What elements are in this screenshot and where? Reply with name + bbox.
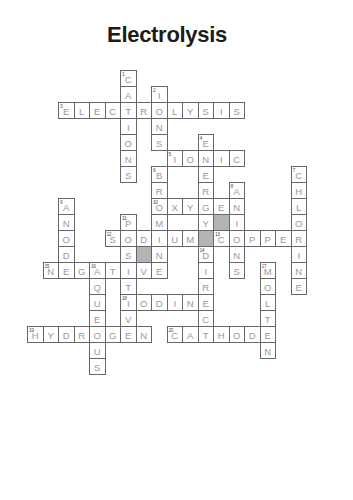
cell-letter: R [295, 233, 302, 245]
crossword-cell-r10c15: P [260, 230, 277, 247]
cell-letter: I [158, 89, 161, 101]
cell-letter: Q [94, 281, 101, 293]
crossword-cell-r12c2: E [58, 262, 75, 279]
crossword-cell-r14c9: I [167, 294, 184, 311]
crossword-cell-r12c5: T [105, 262, 122, 279]
crossword-cell-r8c9: X [167, 198, 184, 215]
clue-number: 1 [122, 72, 124, 77]
crossword-cell-r16c14: D [244, 326, 261, 343]
cell-letter: E [203, 169, 209, 181]
clue-number: 2 [153, 88, 155, 93]
cell-letter: O [63, 233, 70, 245]
crossword-cell-r16c2: D [58, 326, 75, 343]
crossword-cell-r17c15: N [260, 342, 277, 359]
cell-letter: I [127, 121, 130, 133]
cell-letter: C [109, 105, 116, 117]
crossword-cell-r2c8: O [151, 102, 168, 119]
cell-letter: V [125, 313, 131, 325]
clue-number: 16 [91, 264, 96, 269]
crossword-cell-r9c8: M [151, 214, 168, 231]
cell-letter: I [127, 265, 130, 277]
cell-letter: H [218, 329, 225, 341]
cell-letter: C [295, 169, 302, 181]
cell-letter: Y [203, 217, 209, 229]
clue-number: 8 [231, 184, 233, 189]
cell-letter: U [171, 233, 178, 245]
clue-number: 15 [45, 264, 50, 269]
crossword-cell-r10c17: R [291, 230, 308, 247]
crossword-cell-r16c5: G [105, 326, 122, 343]
crossword-cell-r2c7: R [136, 102, 153, 119]
crossword-cell-r14c11: E [198, 294, 215, 311]
clue-number: 7 [293, 168, 295, 173]
crossword-cell-r14c6: 18I [120, 294, 137, 311]
crossword-cell-r13c6: T [120, 278, 137, 295]
cell-letter: L [79, 105, 84, 117]
crossword-cell-r9c2: N [58, 214, 75, 231]
crossword-cell-r10c7: D [136, 230, 153, 247]
crossword-cell-r6c8: 6B [151, 166, 168, 183]
cell-letter: P [249, 233, 255, 245]
cell-letter: O [264, 281, 271, 293]
crossword-cell-r1c6: A [120, 86, 137, 103]
cell-letter: E [280, 233, 286, 245]
crossword-cell-r8c17: L [291, 198, 308, 215]
crossword-cell-r5c13: C [229, 150, 246, 167]
cell-letter: N [295, 265, 302, 277]
cell-letter: I [173, 153, 176, 165]
crossword-cell-r10c9: U [167, 230, 184, 247]
cell-letter: G [109, 329, 116, 341]
cell-letter: E [63, 265, 69, 277]
cell-letter: S [125, 169, 131, 181]
clue-number: 10 [153, 200, 158, 205]
cell-letter: D [156, 297, 163, 309]
cell-letter: A [234, 185, 240, 197]
cell-letter: D [63, 329, 70, 341]
crossword-cell-r10c14: P [244, 230, 261, 247]
cell-letter: S [234, 265, 240, 277]
crossword-cell-r15c15: T [260, 310, 277, 327]
cell-letter: M [186, 233, 194, 245]
cell-letter: Y [48, 329, 54, 341]
crossword-cell-r9c11: Y [198, 214, 215, 231]
cell-letter: E [94, 105, 100, 117]
cell-letter: E [265, 329, 271, 341]
cell-letter: I [127, 297, 130, 309]
crossword-cell-r2c9: L [167, 102, 184, 119]
crossword-cell-r8c12: E [213, 198, 230, 215]
clue-number: 13 [215, 232, 220, 237]
crossword-cell-r16c9: 20C [167, 326, 184, 343]
clue-number: 20 [169, 328, 174, 333]
crossword-cell-r11c13: N [229, 246, 246, 263]
crossword-cell-r5c9: 5I [167, 150, 184, 167]
crossword-cell-r16c12: H [213, 326, 230, 343]
cell-letter: I [235, 217, 238, 229]
clue-number: 9 [60, 200, 62, 205]
blocked-cell [136, 246, 153, 263]
cell-letter: A [63, 201, 69, 213]
cell-letter: T [125, 105, 131, 117]
crossword-cell-r5c12: I [213, 150, 230, 167]
crossword-cell-r4c8: S [151, 134, 168, 151]
cell-letter: H [295, 185, 302, 197]
crossword-cell-r2c2: 3E [58, 102, 75, 119]
crossword-cell-r12c3: G [74, 262, 91, 279]
crossword-cell-r14c15: L [260, 294, 277, 311]
cell-letter: Y [187, 201, 193, 213]
clue-number: 11 [122, 216, 126, 221]
crossword-cell-r16c1: Y [43, 326, 60, 343]
cell-letter: N [264, 345, 271, 357]
crossword-cell-r5c10: O [182, 150, 199, 167]
cell-letter: R [140, 105, 147, 117]
crossword-cell-r10c12: 13C [213, 230, 230, 247]
cell-letter: O [233, 233, 240, 245]
crossword-cell-r12c8: E [151, 262, 168, 279]
crossword-cell-r13c15: O [260, 278, 277, 295]
crossword-cell-r2c11: S [198, 102, 215, 119]
cell-letter: N [63, 217, 70, 229]
crossword-cell-r8c11: G [198, 198, 215, 215]
cell-letter: G [202, 201, 209, 213]
cell-letter: R [202, 185, 209, 197]
crossword-cell-r8c10: Y [182, 198, 199, 215]
crossword-cell-r17c4: U [89, 342, 106, 359]
crossword-cell-r2c13: S [229, 102, 246, 119]
crossword-cell-r8c13: N [229, 198, 246, 215]
cell-letter: E [296, 281, 302, 293]
cell-letter: O [156, 105, 163, 117]
crossword-cell-r10c6: O [120, 230, 137, 247]
page: Electrolysis 1CA2I3ELECTROLYSISINOS4EN5I… [0, 0, 353, 500]
crossword-cell-r10c16: E [275, 230, 292, 247]
crossword-cell-r11c17: I [291, 246, 308, 263]
crossword-cell-r2c5: C [105, 102, 122, 119]
crossword-cell-r11c6: S [120, 246, 137, 263]
cell-letter: E [218, 201, 224, 213]
cell-letter: O [140, 297, 147, 309]
cell-letter: L [296, 201, 301, 213]
crossword-cell-r7c8: R [151, 182, 168, 199]
crossword-cell-r3c8: N [151, 118, 168, 135]
cell-letter: M [155, 217, 163, 229]
crossword-cell-r10c8: I [151, 230, 168, 247]
cell-letter: D [140, 233, 147, 245]
cell-letter: L [265, 297, 270, 309]
cell-letter: N [233, 249, 240, 261]
cell-letter: R [156, 185, 163, 197]
cell-letter: U [94, 345, 101, 357]
cell-letter: E [203, 137, 209, 149]
cell-letter: O [125, 137, 132, 149]
crossword-cell-r7c11: R [198, 182, 215, 199]
cell-letter: O [295, 217, 302, 229]
cell-letter: S [156, 137, 162, 149]
crossword-cell-r7c17: H [291, 182, 308, 199]
cell-letter: V [141, 265, 147, 277]
cell-letter: O [233, 329, 240, 341]
crossword-cell-r2c4: E [89, 102, 106, 119]
cell-letter: E [94, 313, 100, 325]
crossword-cell-r6c6: S [120, 166, 137, 183]
crossword-cell-r4c11: 4E [198, 134, 215, 151]
crossword-cell-r15c11: C [198, 310, 215, 327]
cell-letter: I [297, 249, 300, 261]
crossword-cell-r2c6: T [120, 102, 137, 119]
crossword-cell-r14c4: U [89, 294, 106, 311]
cell-letter: N [202, 153, 209, 165]
cell-letter: O [94, 329, 101, 341]
crossword-cell-r13c17: E [291, 278, 308, 295]
clue-number: 18 [122, 296, 127, 301]
cell-letter: A [125, 89, 131, 101]
crossword-cell-r10c5: 12S [105, 230, 122, 247]
clue-number: 17 [262, 264, 267, 269]
clue-number: 12 [107, 232, 112, 237]
crossword-cell-r10c13: O [229, 230, 246, 247]
cell-letter: S [234, 105, 240, 117]
cell-letter: C [125, 73, 132, 85]
cell-letter: R [78, 329, 85, 341]
crossword-cell-r11c2: D [58, 246, 75, 263]
cell-letter: I [173, 297, 176, 309]
cell-letter: I [220, 153, 223, 165]
cell-letter: B [156, 169, 162, 181]
cell-letter: I [220, 105, 223, 117]
cell-letter: T [110, 265, 116, 277]
crossword-cell-r8c8: 10O [151, 198, 168, 215]
crossword-cell-r8c2: 9A [58, 198, 75, 215]
crossword-cell-r10c10: M [182, 230, 199, 247]
crossword-cell-r16c4: O [89, 326, 106, 343]
cell-letter: N [140, 329, 147, 341]
crossword-cell-r12c15: 17M [260, 262, 277, 279]
cell-letter: P [265, 233, 271, 245]
crossword-cell-r18c4: S [89, 358, 106, 375]
crossword-cell-r9c6: 11P [120, 214, 137, 231]
cell-letter: T [125, 281, 131, 293]
crossword-cell-r12c11: I [198, 262, 215, 279]
clue-number: 5 [169, 152, 171, 157]
cell-letter: N [125, 153, 132, 165]
cell-letter: R [202, 281, 209, 293]
cell-letter: N [156, 121, 163, 133]
cell-letter: I [204, 265, 207, 277]
clue-number: 19 [29, 328, 34, 333]
cell-letter: N [187, 297, 194, 309]
crossword-cell-r0c6: 1C [120, 70, 137, 87]
cell-letter: G [78, 265, 85, 277]
cell-letter: A [187, 329, 193, 341]
cell-letter: E [156, 265, 162, 277]
puzzle-title: Electrolysis [0, 22, 334, 48]
crossword-cell-r16c13: O [229, 326, 246, 343]
crossword-cell-r16c6: E [120, 326, 137, 343]
crossword-cell-r6c11: E [198, 166, 215, 183]
crossword-cell-r14c8: D [151, 294, 168, 311]
crossword-cell-r2c3: L [74, 102, 91, 119]
clue-number: 14 [200, 248, 205, 253]
cell-letter: E [63, 105, 69, 117]
crossword-cell-r12c17: N [291, 262, 308, 279]
crossword-cell-r9c13: I [229, 214, 246, 231]
blocked-cell [213, 214, 230, 231]
crossword-cell-r16c0: 19H [27, 326, 44, 343]
cell-letter: S [94, 361, 100, 373]
crossword-cell-r14c10: N [182, 294, 199, 311]
cell-letter: O [187, 153, 194, 165]
crossword-cell-r10c2: O [58, 230, 75, 247]
crossword-cell-r12c6: I [120, 262, 137, 279]
clue-number: 3 [60, 104, 62, 109]
crossword-cell-r12c13: S [229, 262, 246, 279]
crossword-cell-r11c8: N [151, 246, 168, 263]
cell-letter: E [125, 329, 131, 341]
crossword-cell-r16c15: E [260, 326, 277, 343]
crossword-cell-r7c13: 8A [229, 182, 246, 199]
cell-letter: S [203, 105, 209, 117]
clue-number: 4 [200, 136, 202, 141]
cell-letter: C [233, 153, 240, 165]
crossword-cell-r12c1: 15N [43, 262, 60, 279]
crossword-cell-r13c4: Q [89, 278, 106, 295]
cell-letter: E [203, 297, 209, 309]
crossword-cell-r5c6: N [120, 150, 137, 167]
crossword-cell-r2c12: I [213, 102, 230, 119]
clue-number: 6 [153, 168, 155, 173]
cell-letter: U [94, 297, 101, 309]
cell-letter: D [249, 329, 256, 341]
cell-letter: Y [187, 105, 193, 117]
crossword-grid: 1CA2I3ELECTROLYSISINOS4EN5IONICS6BE7CRR8… [27, 70, 308, 376]
crossword-cell-r1c8: 2I [151, 86, 168, 103]
crossword-cell-r16c10: A [182, 326, 199, 343]
cell-letter: L [172, 105, 177, 117]
cell-letter: D [63, 249, 70, 261]
cell-letter: I [158, 233, 161, 245]
cell-letter: T [265, 313, 271, 325]
crossword-cell-r16c3: R [74, 326, 91, 343]
crossword-cell-r12c7: V [136, 262, 153, 279]
crossword-cell-r14c7: O [136, 294, 153, 311]
crossword-cell-r12c4: 16A [89, 262, 106, 279]
cell-letter: O [125, 233, 132, 245]
cell-letter: N [156, 249, 163, 261]
cell-letter: S [125, 249, 131, 261]
crossword-cell-r2c10: Y [182, 102, 199, 119]
crossword-cell-r11c11: 14D [198, 246, 215, 263]
crossword-cell-r9c17: O [291, 214, 308, 231]
crossword-cell-r4c6: O [120, 134, 137, 151]
cell-letter: C [202, 313, 209, 325]
crossword-cell-r16c11: T [198, 326, 215, 343]
crossword-cell-r3c6: I [120, 118, 137, 135]
crossword-cell-r6c17: 7C [291, 166, 308, 183]
cell-letter: N [233, 201, 240, 213]
blocked-cell [198, 230, 215, 247]
crossword-cell-r16c7: N [136, 326, 153, 343]
crossword-cell-r15c4: E [89, 310, 106, 327]
crossword-cell-r5c11: N [198, 150, 215, 167]
cell-letter: T [203, 329, 209, 341]
crossword-cell-r13c11: R [198, 278, 215, 295]
cell-letter: X [172, 201, 178, 213]
crossword-cell-r15c6: V [120, 310, 137, 327]
